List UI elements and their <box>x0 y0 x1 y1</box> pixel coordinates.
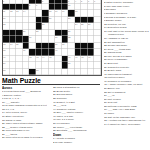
clue-number: 64 <box>104 122 107 125</box>
clue-number: 47 <box>53 115 56 118</box>
cell-number: 44 <box>42 56 44 58</box>
across-clue-list-1: 1 Food Network host ___ Summers4 Balcony… <box>2 90 50 140</box>
cell-number: 23 <box>42 23 44 25</box>
cell-number: 41 <box>3 56 5 58</box>
clue-item: 29 Word often seen back to reversed <box>2 136 50 140</box>
clue-number: 2 <box>53 141 54 144</box>
clue-number: 7 <box>104 12 105 15</box>
clue-number: 58 <box>104 104 107 107</box>
clue-number: 48 <box>104 83 107 86</box>
clue-number: 33 <box>53 86 56 89</box>
cell-number: 51 <box>68 62 70 64</box>
clue-number: 3 <box>104 5 105 8</box>
cell-number: 8 <box>29 4 30 6</box>
cell-number: 34 <box>10 43 12 45</box>
cell-number: 21 <box>68 17 70 19</box>
cell-number: 12 <box>10 10 12 12</box>
cell-number: 14 <box>23 10 25 12</box>
clue-number: 44 <box>53 107 56 110</box>
clue-number: 49 <box>53 118 56 121</box>
clue-number: 12 <box>104 22 107 25</box>
clue-number: 38 <box>53 97 56 100</box>
clue-item: 17 First digit of the serial array found… <box>104 30 150 37</box>
cell-number: 17 <box>62 10 64 12</box>
clue-number: 40 <box>53 100 56 103</box>
cell-number: 2 <box>42 0 43 2</box>
clue-number: 19 <box>104 37 107 40</box>
cell-number: 3 <box>68 0 69 2</box>
clue-number: 50 <box>104 87 107 90</box>
clue-number: 13 <box>2 108 5 111</box>
cell-number: 46 <box>68 56 70 58</box>
clue-number: 5 <box>104 8 105 11</box>
cell-number: 40 <box>55 49 57 51</box>
cell-number: 31 <box>55 36 57 38</box>
clue-number: 55 <box>53 129 56 132</box>
cell-number: 26 <box>88 23 90 25</box>
clue-number: 39 <box>104 69 107 72</box>
clue-number: 28 <box>104 55 107 58</box>
clue-number: 10 <box>2 100 5 103</box>
clue-number: 42 <box>53 104 56 107</box>
clue-number: 53 <box>53 125 56 128</box>
clue-number: 36 <box>104 65 107 68</box>
clue-number: 4 <box>2 93 3 96</box>
cell-number: 19 <box>3 17 5 19</box>
cell-number: 43 <box>36 56 38 58</box>
cell-number: 29 <box>68 30 70 32</box>
clue-number: 62 <box>104 115 107 118</box>
cell-number: 20 <box>49 17 51 19</box>
clue-number: 6 <box>2 97 3 100</box>
clue-number: 14 <box>2 111 5 114</box>
clue-number: 56 <box>104 97 107 100</box>
cell-number: 10 <box>68 4 70 6</box>
cell-number: 38 <box>3 49 5 51</box>
clue-number: 8 <box>104 15 105 18</box>
clue-number: 18 <box>2 118 5 121</box>
cell-number: 48 <box>81 56 83 58</box>
clue-item: 64 It cannot be three, proverbially <box>104 122 150 126</box>
cell-number: 33 <box>3 43 5 45</box>
down-clue-list: 2 Install a motor, informally3 'The Thin… <box>104 1 150 126</box>
cell-number: 37 <box>62 43 64 45</box>
cell-number: 52 <box>3 69 5 71</box>
cell-number: 16 <box>55 10 57 12</box>
clue-item: 55 Scientists' ___ (workplaces) <box>53 129 100 133</box>
cell-number: 42 <box>29 56 31 58</box>
clue-number: 51 <box>53 122 56 125</box>
cell-number: 50 <box>3 62 5 64</box>
clue-number: 60 <box>104 108 107 111</box>
cell-number: 15 <box>49 10 51 12</box>
cell-number: 9 <box>36 4 37 6</box>
cell-number: 5 <box>81 0 82 2</box>
cell-number: 25 <box>81 23 83 25</box>
clue-number: 11 <box>2 104 5 107</box>
clue-number: 30 <box>104 58 107 61</box>
clue-number: 22 <box>2 125 5 128</box>
clue-number: 41 <box>104 72 107 75</box>
clue-number: 35 <box>53 90 56 93</box>
clue-number: 14 <box>104 26 107 29</box>
cell-number: 11 <box>3 10 5 12</box>
clue-number: 34 <box>104 62 107 65</box>
cell-number: 18 <box>75 10 77 12</box>
down-clues-column: 2 Install a motor, informally3 'The Thin… <box>104 1 150 126</box>
down-clue-list-start: 1 A month in Madrid2 To urge publicly <box>53 137 100 144</box>
cell-number: 39 <box>23 49 25 51</box>
cell-number: 49 <box>88 56 90 58</box>
clue-number: 17 <box>104 30 107 33</box>
puzzle-title: Math Puzzle <box>2 77 41 84</box>
worksheet-page: 1234567891011121314151617181920212223242… <box>0 0 150 150</box>
clue-item: 2 To urge publicly <box>53 141 100 145</box>
clue-number: 61 <box>104 112 107 115</box>
cell-number: 24 <box>75 23 77 25</box>
cell-number: 53 <box>36 69 38 71</box>
cell-number: 13 <box>16 10 18 12</box>
across-clues-column-2: 33 Uses a stopwatch on35 Being gentle37 … <box>53 86 100 144</box>
clue-number: 46 <box>104 79 107 82</box>
cell-number: 35 <box>16 43 18 45</box>
clue-number: 37 <box>53 93 56 96</box>
clue-number: 29 <box>2 136 5 139</box>
cell-number: 22 <box>3 23 5 25</box>
clue-number: 25 <box>2 129 5 132</box>
cell-number: 32 <box>68 36 70 38</box>
clue-number: 1 <box>53 137 54 140</box>
clue-number: 1 <box>2 90 3 93</box>
clue-number: 54 <box>104 94 107 97</box>
cell-number: 1 <box>3 0 4 2</box>
grid-cell <box>94 69 101 76</box>
cell-number: 7 <box>94 0 95 2</box>
clue-number: 21 <box>104 40 107 43</box>
clue-number: 2 <box>104 1 105 4</box>
clue-number: 52 <box>104 90 107 93</box>
cell-number: 47 <box>75 56 77 58</box>
clue-number: 43 <box>104 76 107 79</box>
clue-number: 26 <box>104 51 107 54</box>
clue-number: 23 <box>104 44 107 47</box>
clue-number: 16 <box>2 115 5 118</box>
clue-number: 57 <box>104 101 107 104</box>
cell-number: 28 <box>36 30 38 32</box>
crossword-grid: 1234567891011121314151617181920212223242… <box>2 0 102 76</box>
across-clue-list-2: 33 Uses a stopwatch on35 Being gentle37 … <box>53 86 100 132</box>
clue-number: 27 <box>2 132 5 135</box>
cell-number: 45 <box>49 56 51 58</box>
clue-number: 63 <box>104 119 107 122</box>
clue-number: 45 <box>53 111 56 114</box>
clue-number: 20 <box>2 122 5 125</box>
cell-number: 6 <box>88 0 89 2</box>
cell-number: 27 <box>23 30 25 32</box>
clue-number: 9 <box>104 19 105 22</box>
across-clues-column-1: Across 1 Food Network host ___ Summers4 … <box>2 86 50 140</box>
cell-number: 4 <box>75 0 76 2</box>
clue-number: 24 <box>104 47 107 50</box>
cell-number: 36 <box>55 43 57 45</box>
cell-number: 30 <box>29 36 31 38</box>
